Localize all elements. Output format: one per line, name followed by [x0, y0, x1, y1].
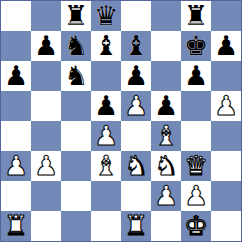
square-c6[interactable]: ♞	[61, 61, 91, 91]
square-d4[interactable]: ♟	[91, 121, 121, 151]
square-a4[interactable]	[1, 121, 31, 151]
piece-black-pawn-h7[interactable]: ♟	[214, 31, 238, 61]
square-d3[interactable]: ♝	[91, 151, 121, 181]
square-b1[interactable]	[31, 211, 61, 241]
square-c4[interactable]	[61, 121, 91, 151]
square-e2[interactable]	[121, 181, 151, 211]
piece-white-bishop-f4[interactable]: ♝	[154, 121, 178, 151]
square-b7[interactable]: ♟	[31, 31, 61, 61]
piece-black-pawn-e6[interactable]: ♟	[124, 61, 148, 91]
square-b2[interactable]	[31, 181, 61, 211]
square-e7[interactable]: ♝	[121, 31, 151, 61]
square-f8[interactable]	[151, 1, 181, 31]
square-f5[interactable]: ♟	[151, 91, 181, 121]
square-a1[interactable]: ♜	[1, 211, 31, 241]
square-b6[interactable]	[31, 61, 61, 91]
square-e1[interactable]: ♜	[121, 211, 151, 241]
piece-white-pawn-a3[interactable]: ♟	[4, 151, 28, 181]
piece-black-knight-c7[interactable]: ♞	[64, 31, 88, 61]
square-a5[interactable]	[1, 91, 31, 121]
square-d8[interactable]: ♛	[91, 1, 121, 31]
square-c8[interactable]: ♜	[61, 1, 91, 31]
square-a6[interactable]: ♟	[1, 61, 31, 91]
square-e4[interactable]	[121, 121, 151, 151]
square-d7[interactable]: ♝	[91, 31, 121, 61]
piece-black-pawn-a6[interactable]: ♟	[4, 61, 28, 91]
square-h6[interactable]	[211, 61, 241, 91]
square-f1[interactable]	[151, 211, 181, 241]
piece-white-pawn-f2[interactable]: ♟	[154, 181, 178, 211]
square-f3[interactable]: ♞	[151, 151, 181, 181]
piece-black-bishop-d7[interactable]: ♝	[94, 31, 118, 61]
piece-black-rook-g8[interactable]: ♜	[184, 1, 208, 31]
square-f7[interactable]	[151, 31, 181, 61]
piece-white-knight-f3[interactable]: ♞	[154, 151, 178, 181]
square-a7[interactable]	[1, 31, 31, 61]
square-e8[interactable]	[121, 1, 151, 31]
square-a8[interactable]	[1, 1, 31, 31]
square-e6[interactable]: ♟	[121, 61, 151, 91]
square-g4[interactable]	[181, 121, 211, 151]
piece-white-pawn-e5[interactable]: ♟	[124, 91, 148, 121]
square-h1[interactable]	[211, 211, 241, 241]
square-h4[interactable]	[211, 121, 241, 151]
square-c2[interactable]	[61, 181, 91, 211]
square-h3[interactable]	[211, 151, 241, 181]
square-c3[interactable]	[61, 151, 91, 181]
square-d5[interactable]: ♟	[91, 91, 121, 121]
square-c7[interactable]: ♞	[61, 31, 91, 61]
piece-white-pawn-h5[interactable]: ♟	[214, 91, 238, 121]
square-h8[interactable]	[211, 1, 241, 31]
square-b4[interactable]	[31, 121, 61, 151]
chess-board-container: ♜♛♜♟♞♝♝♚♟♟♞♟♟♟♟♟♟♟♝♟♟♝♞♞♛♟♟♜♜♚	[0, 0, 242, 242]
piece-white-pawn-d4[interactable]: ♟	[94, 121, 118, 151]
piece-black-pawn-b7[interactable]: ♟	[34, 31, 58, 61]
square-f6[interactable]	[151, 61, 181, 91]
piece-black-bishop-e7[interactable]: ♝	[124, 31, 148, 61]
square-f4[interactable]: ♝	[151, 121, 181, 151]
piece-black-pawn-d5[interactable]: ♟	[94, 91, 118, 121]
piece-black-queen-d8[interactable]: ♛	[94, 1, 118, 31]
square-a3[interactable]: ♟	[1, 151, 31, 181]
piece-white-pawn-g2[interactable]: ♟	[184, 181, 208, 211]
square-g3[interactable]: ♛	[181, 151, 211, 181]
square-d1[interactable]	[91, 211, 121, 241]
square-b8[interactable]	[31, 1, 61, 31]
square-h7[interactable]: ♟	[211, 31, 241, 61]
square-d2[interactable]	[91, 181, 121, 211]
piece-white-bishop-d3[interactable]: ♝	[94, 151, 118, 181]
piece-black-pawn-f5[interactable]: ♟	[154, 91, 178, 121]
square-c5[interactable]	[61, 91, 91, 121]
piece-black-knight-c6[interactable]: ♞	[64, 61, 88, 91]
piece-white-knight-e3[interactable]: ♞	[124, 151, 148, 181]
square-g6[interactable]: ♟	[181, 61, 211, 91]
square-c1[interactable]	[61, 211, 91, 241]
square-b3[interactable]: ♟	[31, 151, 61, 181]
piece-white-king-g1[interactable]: ♚	[184, 211, 208, 241]
piece-white-rook-e1[interactable]: ♜	[124, 211, 148, 241]
piece-white-rook-a1[interactable]: ♜	[4, 211, 28, 241]
piece-black-rook-c8[interactable]: ♜	[64, 1, 88, 31]
square-g2[interactable]: ♟	[181, 181, 211, 211]
square-e5[interactable]: ♟	[121, 91, 151, 121]
square-h2[interactable]	[211, 181, 241, 211]
square-g8[interactable]: ♜	[181, 1, 211, 31]
square-g7[interactable]: ♚	[181, 31, 211, 61]
piece-white-queen-g3[interactable]: ♛	[184, 151, 208, 181]
piece-black-king-g7[interactable]: ♚	[184, 31, 208, 61]
square-g5[interactable]	[181, 91, 211, 121]
square-h5[interactable]: ♟	[211, 91, 241, 121]
piece-black-pawn-g6[interactable]: ♟	[184, 61, 208, 91]
square-g1[interactable]: ♚	[181, 211, 211, 241]
chess-board: ♜♛♜♟♞♝♝♚♟♟♞♟♟♟♟♟♟♟♝♟♟♝♞♞♛♟♟♜♜♚	[0, 0, 242, 242]
square-f2[interactable]: ♟	[151, 181, 181, 211]
square-b5[interactable]	[31, 91, 61, 121]
square-d6[interactable]	[91, 61, 121, 91]
piece-white-pawn-b3[interactable]: ♟	[34, 151, 58, 181]
square-a2[interactable]	[1, 181, 31, 211]
square-e3[interactable]: ♞	[121, 151, 151, 181]
